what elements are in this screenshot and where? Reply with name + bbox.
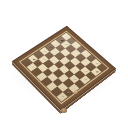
black-p-glyph: ♟ bbox=[28, 60, 36, 69]
product-photo-chess-set: ♜♞♝♛♚♝♞♜♟♟♟♟♟♟♟♟♟♟♟♟♟♟♟♟♜♞♝♛♚♝♞♜ bbox=[0, 0, 128, 128]
white-r-glyph: ♜ bbox=[57, 88, 66, 98]
chess-board: ♜♞♝♛♚♝♞♜♟♟♟♟♟♟♟♟♟♟♟♟♟♟♟♟♜♞♝♛♚♝♞♜ bbox=[12, 26, 116, 111]
board-grid: ♜♞♝♛♚♝♞♜♟♟♟♟♟♟♟♟♟♟♟♟♟♟♟♟♜♞♝♛♚♝♞♜ bbox=[22, 33, 107, 102]
board-square-a1: ♜ bbox=[56, 92, 67, 102]
board-clasp bbox=[74, 90, 78, 94]
board-square-a7: ♟ bbox=[26, 63, 37, 72]
board-foot bbox=[61, 108, 67, 113]
